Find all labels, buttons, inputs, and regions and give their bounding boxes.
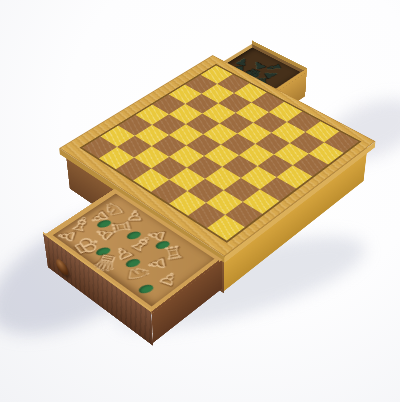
white-piece[interactable]: ♙ — [144, 228, 169, 244]
felt-pad — [137, 283, 155, 295]
white-piece[interactable]: ♘ — [101, 199, 129, 220]
white-piece[interactable]: ♖ — [161, 244, 186, 264]
white-piece[interactable]: ♙ — [125, 209, 144, 223]
white-piece[interactable]: ♙ — [155, 269, 182, 289]
drawer-knob[interactable] — [55, 256, 69, 278]
photo-background: ♙♗♙♘♔♙♖♙♕♙♗♙♘♙♖♙ ♞♟♚♟♝♟♜ — [0, 0, 400, 402]
